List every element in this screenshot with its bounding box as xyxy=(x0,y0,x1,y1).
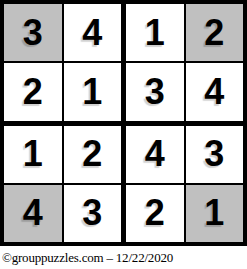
cell-r3c1: 1 xyxy=(4,126,62,183)
cell-r4c3: 2 xyxy=(126,185,184,242)
cell-r2c3: 3 xyxy=(126,63,184,120)
cell-r2c4: 4 xyxy=(186,63,244,120)
box-r2c1: 1243 xyxy=(4,126,121,243)
box-r2c2: 4321 xyxy=(126,126,243,243)
cell-r1c3: 1 xyxy=(126,4,184,61)
box-r1c2: 1234 xyxy=(126,4,243,121)
cell-r3c2: 2 xyxy=(64,126,122,183)
cell-r1c4: 2 xyxy=(186,4,244,61)
cell-r1c2: 4 xyxy=(64,4,122,61)
cell-r3c3: 4 xyxy=(126,126,184,183)
copyright-footer: ©grouppuzzles.com – 12/22/2020 xyxy=(0,246,247,266)
cell-r2c1: 2 xyxy=(4,63,62,120)
cell-r2c2: 1 xyxy=(64,63,122,120)
cell-r1c1: 3 xyxy=(4,4,62,61)
sudoku-board: 3421123412434321 xyxy=(0,0,247,246)
cell-r4c1: 4 xyxy=(4,185,62,242)
cell-r4c2: 3 xyxy=(64,185,122,242)
box-r1c1: 3421 xyxy=(4,4,121,121)
cell-r4c4: 1 xyxy=(186,185,244,242)
cell-r3c4: 3 xyxy=(186,126,244,183)
